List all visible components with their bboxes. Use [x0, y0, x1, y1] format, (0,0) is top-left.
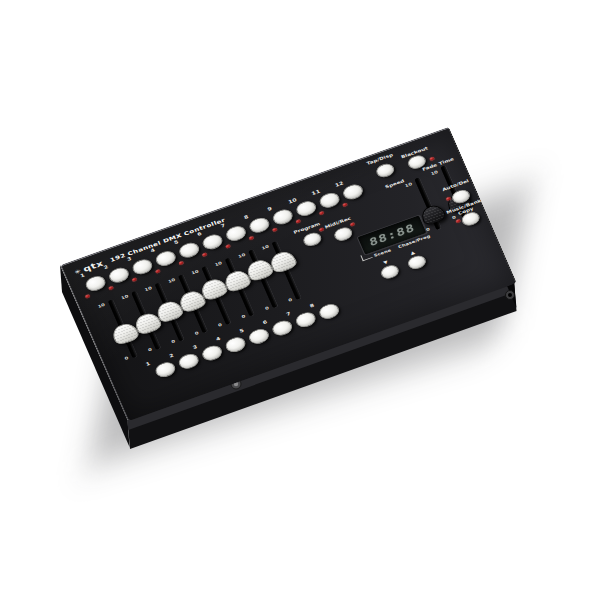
- dc-jack-hole: [508, 293, 512, 297]
